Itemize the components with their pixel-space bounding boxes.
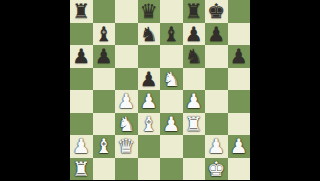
- square-c7[interactable]: [115, 23, 138, 46]
- square-e3[interactable]: ♟: [160, 113, 183, 136]
- square-g1[interactable]: ♚: [205, 158, 228, 181]
- square-a5[interactable]: [70, 68, 93, 91]
- square-e6[interactable]: [160, 45, 183, 68]
- square-h2[interactable]: ♟: [228, 135, 251, 158]
- piece-white-pawn[interactable]: ♟: [72, 135, 90, 157]
- square-a1[interactable]: ♜: [70, 158, 93, 181]
- square-f3[interactable]: ♜: [183, 113, 206, 136]
- square-b6[interactable]: ♟: [93, 45, 116, 68]
- square-d3[interactable]: ♝: [138, 113, 161, 136]
- piece-white-pawn[interactable]: ♟: [162, 113, 180, 135]
- piece-white-pawn[interactable]: ♟: [185, 90, 203, 112]
- square-h5[interactable]: [228, 68, 251, 91]
- square-h6[interactable]: ♟: [228, 45, 251, 68]
- square-c4[interactable]: ♟: [115, 90, 138, 113]
- square-c2[interactable]: ♛: [115, 135, 138, 158]
- piece-white-bishop[interactable]: ♝: [95, 135, 113, 157]
- square-h8[interactable]: [228, 0, 251, 23]
- piece-white-knight[interactable]: ♞: [117, 113, 135, 135]
- piece-black-pawn[interactable]: ♟: [207, 23, 225, 45]
- piece-black-pawn[interactable]: ♟: [95, 45, 113, 67]
- piece-white-pawn[interactable]: ♟: [230, 135, 248, 157]
- piece-black-knight[interactable]: ♞: [185, 45, 203, 67]
- square-c5[interactable]: [115, 68, 138, 91]
- piece-black-king[interactable]: ♚: [207, 0, 225, 22]
- piece-black-bishop[interactable]: ♝: [162, 23, 180, 45]
- square-b1[interactable]: [93, 158, 116, 181]
- piece-white-knight[interactable]: ♞: [162, 68, 180, 90]
- square-e7[interactable]: ♝: [160, 23, 183, 46]
- square-b8[interactable]: [93, 0, 116, 23]
- piece-black-bishop[interactable]: ♝: [95, 23, 113, 45]
- piece-black-pawn[interactable]: ♟: [140, 68, 158, 90]
- square-b5[interactable]: [93, 68, 116, 91]
- square-c6[interactable]: [115, 45, 138, 68]
- piece-white-pawn[interactable]: ♟: [207, 135, 225, 157]
- square-g5[interactable]: [205, 68, 228, 91]
- square-b3[interactable]: [93, 113, 116, 136]
- square-a6[interactable]: ♟: [70, 45, 93, 68]
- piece-white-pawn[interactable]: ♟: [140, 90, 158, 112]
- square-b2[interactable]: ♝: [93, 135, 116, 158]
- chess-board: ♜♛♜♚♝♞♝♟♟♟♟♞♟♟♞♟♟♟♞♝♟♜♟♝♛♟♟♜♚: [70, 0, 250, 180]
- square-h1[interactable]: [228, 158, 251, 181]
- piece-black-pawn[interactable]: ♟: [185, 23, 203, 45]
- piece-black-rook[interactable]: ♜: [72, 0, 90, 22]
- square-g4[interactable]: [205, 90, 228, 113]
- square-d8[interactable]: ♛: [138, 0, 161, 23]
- piece-white-bishop[interactable]: ♝: [140, 113, 158, 135]
- square-b7[interactable]: ♝: [93, 23, 116, 46]
- square-g2[interactable]: ♟: [205, 135, 228, 158]
- square-h7[interactable]: [228, 23, 251, 46]
- square-b4[interactable]: [93, 90, 116, 113]
- piece-white-pawn[interactable]: ♟: [117, 90, 135, 112]
- square-f6[interactable]: ♞: [183, 45, 206, 68]
- piece-black-rook[interactable]: ♜: [185, 0, 203, 22]
- screen: ♜♛♜♚♝♞♝♟♟♟♟♞♟♟♞♟♟♟♞♝♟♜♟♝♛♟♟♜♚: [0, 0, 320, 180]
- square-e5[interactable]: ♞: [160, 68, 183, 91]
- square-c1[interactable]: [115, 158, 138, 181]
- piece-black-knight[interactable]: ♞: [140, 23, 158, 45]
- piece-white-king[interactable]: ♚: [207, 158, 225, 180]
- square-a2[interactable]: ♟: [70, 135, 93, 158]
- square-c8[interactable]: [115, 0, 138, 23]
- square-h4[interactable]: [228, 90, 251, 113]
- square-e2[interactable]: [160, 135, 183, 158]
- square-a8[interactable]: ♜: [70, 0, 93, 23]
- square-e4[interactable]: [160, 90, 183, 113]
- square-f4[interactable]: ♟: [183, 90, 206, 113]
- square-c3[interactable]: ♞: [115, 113, 138, 136]
- piece-white-rook[interactable]: ♜: [72, 158, 90, 180]
- piece-white-queen[interactable]: ♛: [117, 135, 135, 157]
- square-f2[interactable]: [183, 135, 206, 158]
- square-e8[interactable]: [160, 0, 183, 23]
- square-g3[interactable]: [205, 113, 228, 136]
- square-f7[interactable]: ♟: [183, 23, 206, 46]
- square-a3[interactable]: [70, 113, 93, 136]
- square-g6[interactable]: [205, 45, 228, 68]
- piece-white-rook[interactable]: ♜: [185, 113, 203, 135]
- square-h3[interactable]: [228, 113, 251, 136]
- square-d2[interactable]: [138, 135, 161, 158]
- square-d6[interactable]: [138, 45, 161, 68]
- square-d4[interactable]: ♟: [138, 90, 161, 113]
- square-e1[interactable]: [160, 158, 183, 181]
- square-f5[interactable]: [183, 68, 206, 91]
- square-f8[interactable]: ♜: [183, 0, 206, 23]
- piece-black-pawn[interactable]: ♟: [72, 45, 90, 67]
- square-d7[interactable]: ♞: [138, 23, 161, 46]
- square-d1[interactable]: [138, 158, 161, 181]
- square-a4[interactable]: [70, 90, 93, 113]
- square-g7[interactable]: ♟: [205, 23, 228, 46]
- square-a7[interactable]: [70, 23, 93, 46]
- piece-black-queen[interactable]: ♛: [140, 0, 158, 22]
- piece-black-pawn[interactable]: ♟: [230, 45, 248, 67]
- square-d5[interactable]: ♟: [138, 68, 161, 91]
- square-f1[interactable]: [183, 158, 206, 181]
- square-g8[interactable]: ♚: [205, 0, 228, 23]
